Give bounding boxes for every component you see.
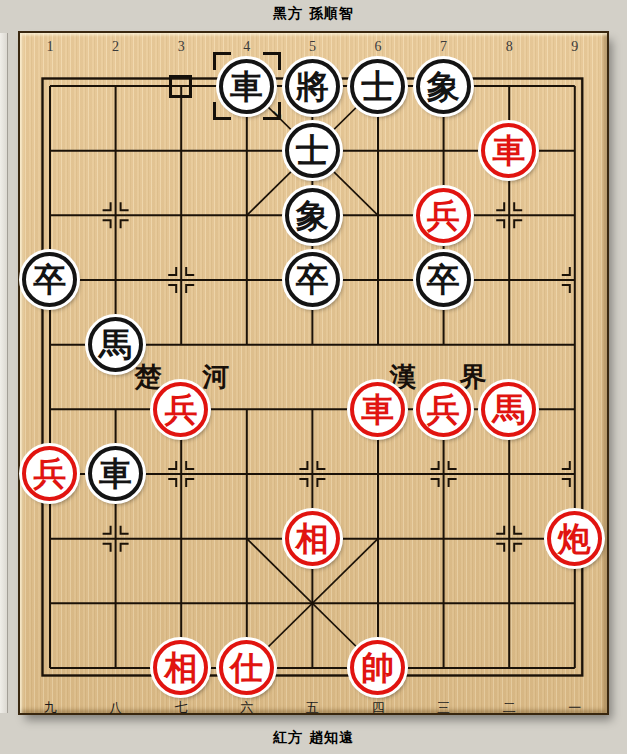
piece-red-soldier[interactable]: 兵 [153,382,208,437]
piece-red-soldier[interactable]: 兵 [22,446,77,501]
file-number-label: 1 [47,39,54,55]
piece-black-advisor[interactable]: 士 [350,59,405,114]
xiangqi-app-window: 黑方 孫順智 123456789 九八七六五四三二一 楚河漢界 ↘車將士象士象卒… [0,0,627,754]
piece-black-chariot[interactable]: 車 [219,59,274,114]
file-cjk-number-label: 二 [503,699,516,717]
file-cjk-number-label: 七 [175,699,188,717]
move-arrow-icon: ↘ [271,107,283,123]
file-number-label: 9 [571,39,578,55]
file-number-label: 3 [178,39,185,55]
piece-red-general[interactable]: 帥 [350,640,405,695]
last-move-origin-marker [169,75,192,98]
black-player-label: 黑方 孫順智 [0,5,627,23]
file-cjk-number-label: 一 [568,699,581,717]
file-number-label: 7 [440,39,447,55]
piece-black-horse[interactable]: 馬 [88,317,143,372]
piece-red-soldier[interactable]: 兵 [416,382,471,437]
piece-red-soldier[interactable]: 兵 [416,188,471,243]
file-cjk-number-label: 八 [109,699,122,717]
xiangqi-board[interactable]: 123456789 九八七六五四三二一 楚河漢界 ↘車將士象士象卒卒卒馬車車兵兵… [20,33,607,713]
piece-black-general[interactable]: 將 [285,59,340,114]
piece-red-chariot[interactable]: 車 [350,382,405,437]
piece-black-chariot[interactable]: 車 [88,446,143,501]
piece-black-elephant[interactable]: 象 [416,59,471,114]
piece-red-elephant[interactable]: 相 [285,511,340,566]
pieces-grid: ↘車將士象士象卒卒卒馬車車兵兵車兵馬兵相炮相仕帥 [17,54,607,701]
file-number-label: 8 [506,39,513,55]
piece-black-soldier[interactable]: 卒 [416,252,471,307]
file-cjk-number-label: 五 [306,699,319,717]
piece-red-horse[interactable]: 馬 [481,382,536,437]
piece-black-advisor[interactable]: 士 [285,123,340,178]
file-cjk-number-label: 六 [240,699,253,717]
piece-black-soldier[interactable]: 卒 [22,252,77,307]
file-cjk-number-label: 三 [437,699,450,717]
file-number-label: 6 [375,39,382,55]
piece-black-elephant[interactable]: 象 [285,188,340,243]
piece-black-soldier[interactable]: 卒 [285,252,340,307]
piece-red-cannon[interactable]: 炮 [547,511,602,566]
piece-red-chariot[interactable]: 車 [481,123,536,178]
piece-red-advisor[interactable]: 仕 [219,640,274,695]
file-cjk-number-label: 四 [372,699,385,717]
file-number-label: 5 [309,39,316,55]
red-player-label: 紅方 趙知遠 [0,729,627,747]
window-edge-groove [0,33,8,713]
piece-red-elephant[interactable]: 相 [153,640,208,695]
file-cjk-number-label: 九 [44,699,57,717]
file-number-label: 2 [112,39,119,55]
